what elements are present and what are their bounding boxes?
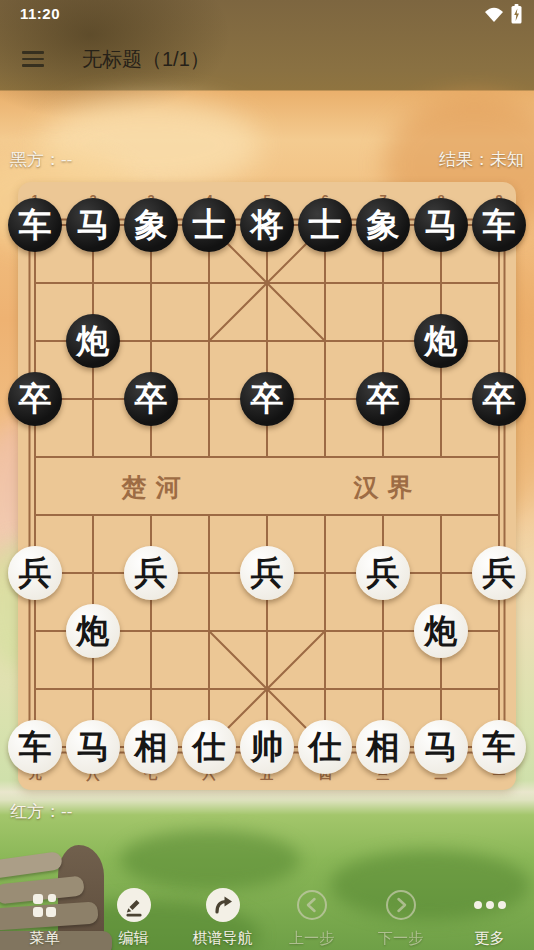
piece-black-炮[interactable]: 炮 xyxy=(66,314,120,368)
piece-red-仕[interactable]: 仕 xyxy=(182,720,236,774)
piece-black-卒[interactable]: 卒 xyxy=(8,372,62,426)
nav-previous-step-label: 上一步 xyxy=(289,929,334,948)
piece-red-车[interactable]: 车 xyxy=(8,720,62,774)
xiangqi-app-screen: 11:20 无标题（1/1） 黑方：-- 结果：未知 红方：-- xyxy=(0,0,534,950)
piece-black-士[interactable]: 士 xyxy=(298,198,352,252)
piece-black-车[interactable]: 车 xyxy=(472,198,526,252)
piece-red-兵[interactable]: 兵 xyxy=(8,546,62,600)
piece-black-卒[interactable]: 卒 xyxy=(472,372,526,426)
piece-red-马[interactable]: 马 xyxy=(66,720,120,774)
piece-black-马[interactable]: 马 xyxy=(66,198,120,252)
piece-black-马[interactable]: 马 xyxy=(414,198,468,252)
piece-red-兵[interactable]: 兵 xyxy=(240,546,294,600)
more-dots-icon xyxy=(474,886,506,924)
nav-menu-button[interactable]: 菜单 xyxy=(0,880,89,950)
nav-next-step-label: 下一步 xyxy=(378,929,423,948)
piece-black-象[interactable]: 象 xyxy=(124,198,178,252)
nav-more-button[interactable]: 更多 xyxy=(445,880,534,950)
pieces-layer: 车马象士将士象马车炮炮卒卒卒卒卒兵兵兵兵兵炮炮车马相仕帅仕相马车 xyxy=(6,196,528,776)
hamburger-menu-icon[interactable] xyxy=(22,51,44,67)
nav-edit-label: 编辑 xyxy=(119,929,149,948)
piece-red-兵[interactable]: 兵 xyxy=(356,546,410,600)
black-player-label: 黑方：-- xyxy=(10,148,72,171)
piece-red-帅[interactable]: 帅 xyxy=(240,720,294,774)
nav-game-navigation-label: 棋谱导航 xyxy=(193,929,253,948)
battery-charging-icon xyxy=(511,4,522,24)
piece-red-兵[interactable]: 兵 xyxy=(472,546,526,600)
edit-pencil-icon xyxy=(116,886,152,924)
piece-red-相[interactable]: 相 xyxy=(356,720,410,774)
result-label: 结果：未知 xyxy=(439,148,524,171)
piece-red-相[interactable]: 相 xyxy=(124,720,178,774)
piece-black-车[interactable]: 车 xyxy=(8,198,62,252)
piece-black-将[interactable]: 将 xyxy=(240,198,294,252)
piece-black-炮[interactable]: 炮 xyxy=(414,314,468,368)
piece-black-卒[interactable]: 卒 xyxy=(356,372,410,426)
clock-time: 11:20 xyxy=(20,5,60,22)
menu-grid-icon xyxy=(33,886,56,924)
piece-red-车[interactable]: 车 xyxy=(472,720,526,774)
next-step-icon xyxy=(385,886,417,924)
piece-red-马[interactable]: 马 xyxy=(414,720,468,774)
title-bar: 无标题（1/1） xyxy=(0,28,534,90)
nav-next-step-button[interactable]: 下一步 xyxy=(356,880,445,950)
prev-step-icon xyxy=(296,886,328,924)
red-player-label: 红方：-- xyxy=(10,800,72,823)
piece-red-兵[interactable]: 兵 xyxy=(124,546,178,600)
xiangqi-board[interactable]: 123456789 九八七六五四三二一 楚河 汉界 车马象士将士象马车炮炮卒卒卒… xyxy=(18,182,516,790)
redo-arrow-icon xyxy=(205,886,241,924)
nav-game-navigation-button[interactable]: 棋谱导航 xyxy=(178,880,267,950)
nav-menu-label: 菜单 xyxy=(30,929,60,948)
bottom-navigation: 菜单 编辑 棋谱导航 xyxy=(0,880,534,950)
wifi-icon xyxy=(483,5,505,23)
page-title: 无标题（1/1） xyxy=(82,46,210,73)
nav-edit-button[interactable]: 编辑 xyxy=(89,880,178,950)
piece-black-卒[interactable]: 卒 xyxy=(240,372,294,426)
piece-red-炮[interactable]: 炮 xyxy=(66,604,120,658)
nav-more-label: 更多 xyxy=(475,929,505,948)
piece-black-卒[interactable]: 卒 xyxy=(124,372,178,426)
nav-previous-step-button[interactable]: 上一步 xyxy=(267,880,356,950)
status-bar: 11:20 xyxy=(0,0,534,28)
piece-black-象[interactable]: 象 xyxy=(356,198,410,252)
piece-red-仕[interactable]: 仕 xyxy=(298,720,352,774)
piece-red-炮[interactable]: 炮 xyxy=(414,604,468,658)
piece-black-士[interactable]: 士 xyxy=(182,198,236,252)
